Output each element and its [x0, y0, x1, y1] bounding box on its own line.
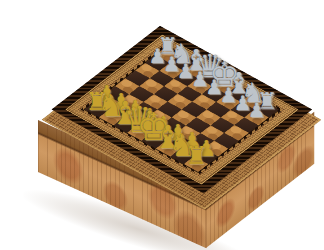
- pieces-layer: ♜♞♝♛♚♝♞♜♟♟♟♟♟♟♟♟♟♟♟♟♟♟♟♟♜♞♝♛♚♝♞♜: [0, 0, 324, 250]
- chess-set-scene: ♜♞♝♛♚♝♞♜♟♟♟♟♟♟♟♟♟♟♟♟♟♟♟♟♜♞♝♛♚♝♞♜: [0, 0, 324, 250]
- piece-black-pawn[interactable]: ♟: [248, 100, 266, 120]
- piece-white-rook[interactable]: ♜: [185, 143, 207, 168]
